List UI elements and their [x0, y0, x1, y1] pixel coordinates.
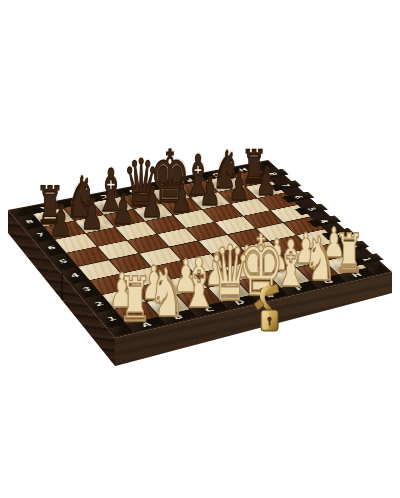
chess-set-photo: ABCDEFGH8877665544332211ABCDEFGH ♜♞♝♛♚♝♞…: [0, 0, 400, 498]
chess-board: ABCDEFGH8877665544332211ABCDEFGH: [8, 160, 392, 338]
brass-clasp-icon: [246, 282, 292, 338]
rank-label-right-8: 8: [257, 169, 289, 180]
rank-label-right-1: 1: [350, 253, 384, 266]
rank-label-right-6: 6: [282, 192, 314, 203]
rank-label-right-4: 4: [308, 216, 341, 228]
rank-label-right-7: 7: [269, 180, 301, 191]
rank-label-right-5: 5: [295, 204, 328, 215]
rank-label-right-3: 3: [322, 228, 355, 240]
rank-label-right-2: 2: [336, 241, 369, 253]
